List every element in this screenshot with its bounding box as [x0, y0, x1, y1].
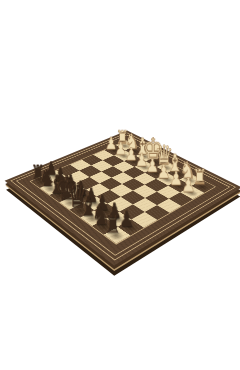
product-photo: ♜♞♝♚♛♝♞♜♟♟♟♟♟♟♟♟♟♟♟♟♟♟♟♟♜♞♝♚♛♝♞♜ — [0, 0, 240, 370]
board-frame: ♜♞♝♚♛♝♞♜♟♟♟♟♟♟♟♟♟♟♟♟♟♟♟♟♜♞♝♚♛♝♞♜ — [5, 130, 240, 265]
square-b4[interactable] — [145, 191, 169, 205]
piece-white-pawn[interactable]: ♟ — [182, 175, 196, 195]
chess-board: ♜♞♝♚♛♝♞♜♟♟♟♟♟♟♟♟♟♟♟♟♟♟♟♟♜♞♝♚♛♝♞♜ — [5, 130, 240, 265]
piece-black-rook[interactable]: ♜ — [104, 213, 121, 238]
square-e5[interactable] — [99, 178, 122, 190]
